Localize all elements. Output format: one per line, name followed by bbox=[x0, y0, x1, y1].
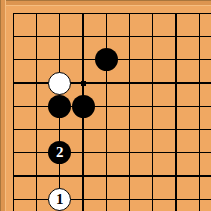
grid-line-vertical bbox=[106, 13, 107, 211]
stone-move-number: 2 bbox=[56, 145, 64, 160]
grid-line-horizontal bbox=[13, 199, 211, 200]
black-stone: 2 bbox=[48, 141, 71, 164]
black-stone bbox=[48, 95, 71, 118]
grid-line-vertical bbox=[175, 13, 176, 211]
grid-line-horizontal bbox=[13, 152, 211, 153]
black-stone bbox=[72, 95, 95, 118]
black-stone bbox=[95, 48, 118, 71]
grid-line-horizontal bbox=[13, 13, 211, 14]
grid-line-vertical bbox=[129, 13, 130, 211]
white-stone: 1 bbox=[48, 188, 71, 211]
grid-line-horizontal bbox=[13, 82, 211, 83]
stone-move-number: 1 bbox=[56, 192, 64, 207]
grid-line-horizontal bbox=[13, 129, 211, 130]
board-edge-bevel-left bbox=[0, 0, 6, 211]
board-edge-bevel-top bbox=[0, 0, 211, 6]
go-board: 21 bbox=[0, 0, 211, 211]
grid-line-horizontal bbox=[13, 106, 211, 107]
white-stone bbox=[48, 72, 71, 95]
star-point bbox=[81, 81, 86, 86]
grid-line-vertical bbox=[199, 13, 200, 211]
grid-line-vertical bbox=[13, 13, 14, 211]
grid-line-vertical bbox=[36, 13, 37, 211]
grid-line-vertical bbox=[152, 13, 153, 211]
grid-line-horizontal bbox=[13, 36, 211, 37]
grid-line-horizontal bbox=[13, 175, 211, 176]
